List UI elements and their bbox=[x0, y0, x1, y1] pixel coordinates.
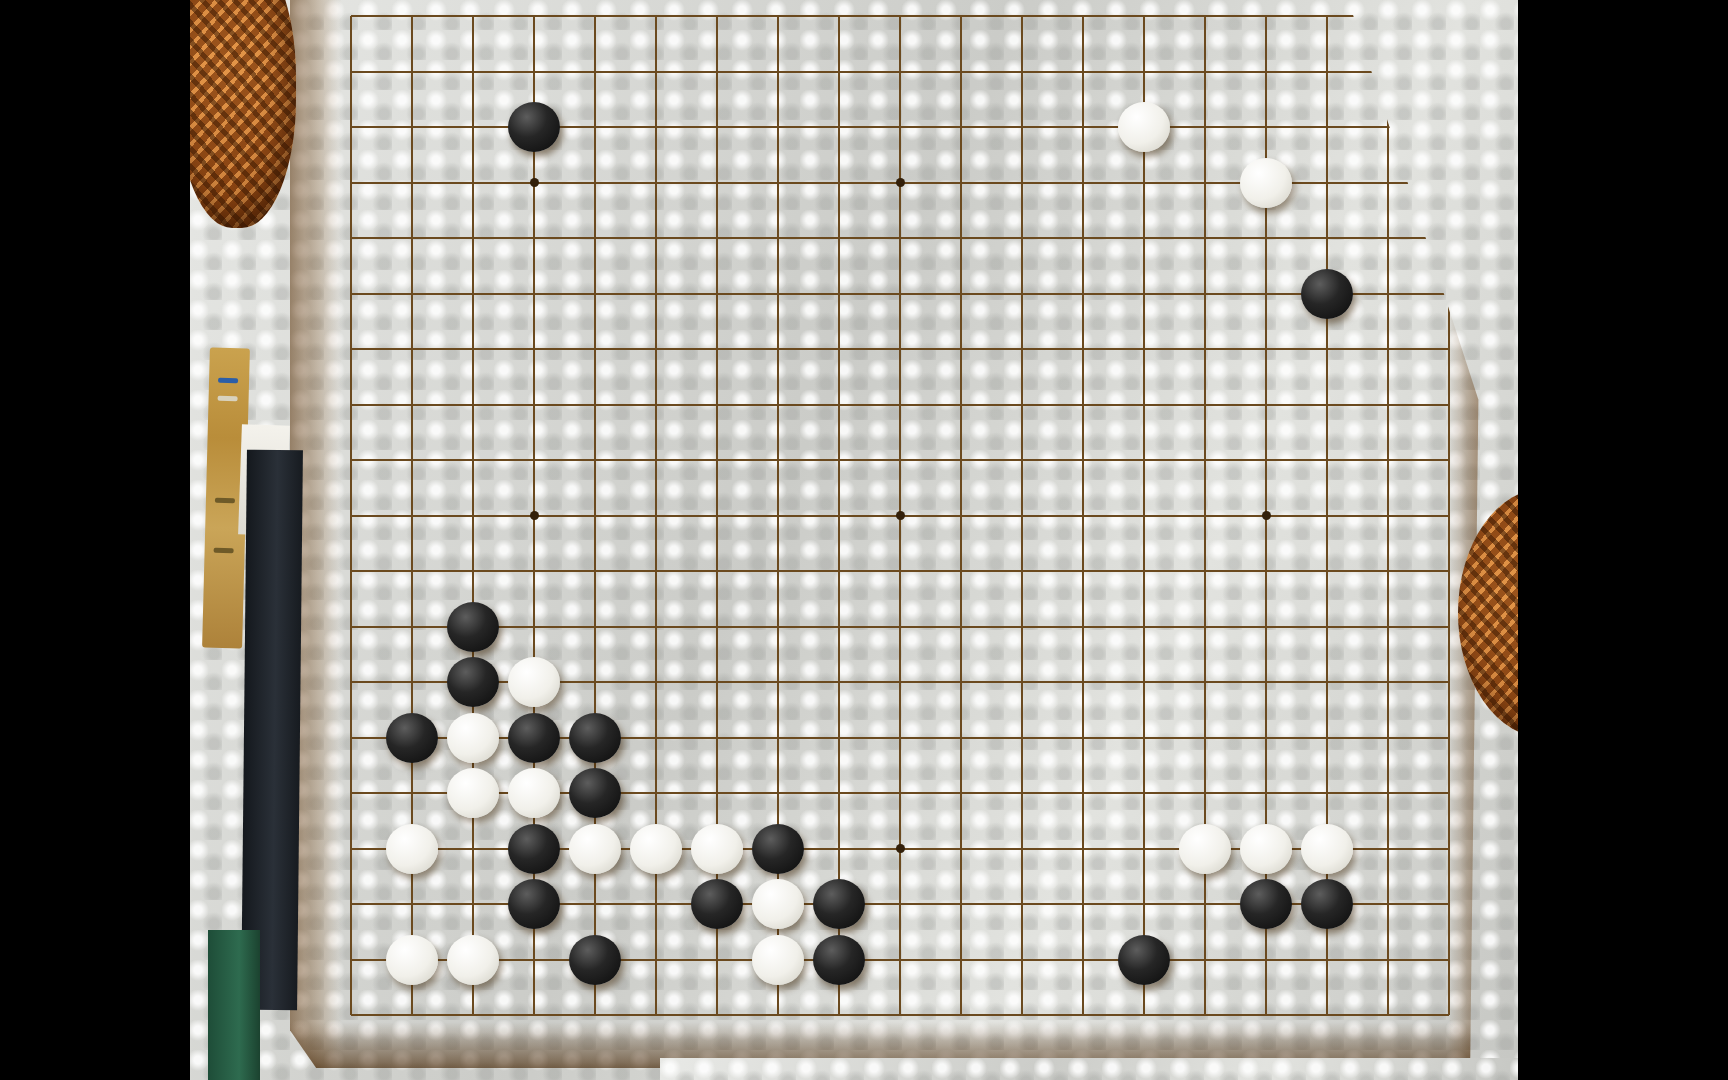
white-stone bbox=[630, 824, 682, 874]
star-point bbox=[1262, 511, 1271, 520]
white-stone bbox=[1240, 158, 1292, 208]
white-stone bbox=[386, 935, 438, 985]
white-stone bbox=[1301, 824, 1353, 874]
grid-line-vertical bbox=[1082, 16, 1084, 1015]
go-board bbox=[290, 0, 1482, 1068]
black-stone bbox=[752, 824, 804, 874]
black-stone bbox=[508, 102, 560, 152]
dark-book-spine bbox=[241, 450, 303, 1011]
white-stone bbox=[752, 879, 804, 929]
black-stone bbox=[813, 879, 865, 929]
rattan-basket-top-left bbox=[178, 0, 296, 228]
white-stone bbox=[752, 935, 804, 985]
white-stone bbox=[386, 824, 438, 874]
black-stone bbox=[569, 713, 621, 763]
book-stack bbox=[200, 330, 310, 1030]
green-book-spine bbox=[208, 930, 260, 1080]
letterbox-bar-right bbox=[1518, 0, 1728, 1080]
white-stone bbox=[447, 935, 499, 985]
black-stone bbox=[386, 713, 438, 763]
black-stone bbox=[447, 657, 499, 707]
star-point bbox=[530, 511, 539, 520]
photo-scene bbox=[0, 0, 1728, 1080]
star-point bbox=[530, 178, 539, 187]
star-point bbox=[896, 178, 905, 187]
black-stone bbox=[1118, 935, 1170, 985]
letterbox-bar-left bbox=[0, 0, 190, 1080]
black-stone bbox=[813, 935, 865, 985]
black-stone bbox=[508, 879, 560, 929]
white-stone bbox=[691, 824, 743, 874]
white-stone bbox=[508, 768, 560, 818]
white-stone bbox=[1179, 824, 1231, 874]
grid-line-vertical bbox=[960, 16, 962, 1015]
black-stone bbox=[691, 879, 743, 929]
bubble-wrap-bottom-strip bbox=[660, 1058, 1520, 1080]
white-stone bbox=[447, 713, 499, 763]
white-stone bbox=[1240, 824, 1292, 874]
star-point bbox=[896, 844, 905, 853]
black-stone bbox=[1301, 269, 1353, 319]
white-stone bbox=[1118, 102, 1170, 152]
black-stone bbox=[508, 824, 560, 874]
grid-line-vertical bbox=[1387, 16, 1389, 1015]
black-stone bbox=[569, 935, 621, 985]
grid-line-horizontal bbox=[351, 626, 1449, 628]
black-stone bbox=[447, 602, 499, 652]
white-stone bbox=[447, 768, 499, 818]
grid-line-vertical bbox=[1143, 16, 1145, 1015]
black-stone bbox=[1301, 879, 1353, 929]
grid-line-horizontal bbox=[351, 570, 1449, 572]
black-stone bbox=[569, 768, 621, 818]
grid-line-vertical bbox=[1021, 16, 1023, 1015]
grid-line-horizontal bbox=[351, 1014, 1449, 1016]
white-stone bbox=[569, 824, 621, 874]
white-stone bbox=[508, 657, 560, 707]
grid-line-horizontal bbox=[351, 959, 1449, 961]
star-point bbox=[896, 511, 905, 520]
black-stone bbox=[508, 713, 560, 763]
black-stone bbox=[1240, 879, 1292, 929]
